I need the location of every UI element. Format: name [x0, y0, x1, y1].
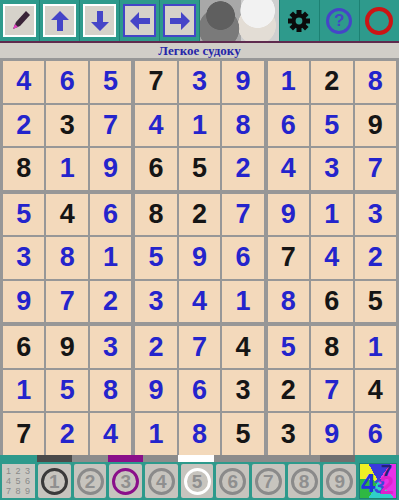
indicator-digit-4	[143, 455, 178, 462]
cell-r4c8[interactable]: 1	[311, 194, 352, 236]
cell-r5c1[interactable]: 3	[3, 237, 44, 279]
cell-r6c8[interactable]: 6	[311, 281, 352, 323]
question-icon: ?	[326, 8, 352, 34]
settings-button[interactable]	[280, 0, 320, 41]
cell-r4c4[interactable]: 8	[135, 194, 176, 236]
box-6: 913742865	[268, 194, 396, 323]
prev-button[interactable]	[120, 0, 160, 41]
digit-button-8[interactable]: 8	[288, 464, 321, 498]
cell-r5c2[interactable]: 8	[46, 237, 87, 279]
cell-r7c2[interactable]: 9	[46, 326, 87, 368]
help-button[interactable]: ?	[320, 0, 360, 41]
indicator-digit-7	[249, 455, 284, 462]
cell-r3c2[interactable]: 1	[46, 148, 87, 190]
cell-r4c3[interactable]: 6	[90, 194, 131, 236]
digit-ring-6: 6	[219, 468, 246, 495]
gear-icon	[287, 9, 311, 33]
indicator-digit-3	[108, 455, 143, 462]
cell-r5c5[interactable]: 9	[179, 237, 220, 279]
cell-r6c1[interactable]: 9	[3, 281, 44, 323]
cell-r2c7[interactable]: 6	[268, 105, 309, 147]
cell-r8c1[interactable]: 1	[3, 370, 44, 412]
cell-r8c9[interactable]: 4	[355, 370, 396, 412]
digit-button-1[interactable]: 1	[38, 464, 71, 498]
cell-r1c6[interactable]: 9	[222, 61, 263, 103]
cell-r9c2[interactable]: 2	[46, 413, 87, 455]
cell-r7c5[interactable]: 7	[179, 326, 220, 368]
cell-r4c1[interactable]: 5	[3, 194, 44, 236]
cell-r3c3[interactable]: 9	[90, 148, 131, 190]
cell-r9c8[interactable]: 9	[311, 413, 352, 455]
record-button[interactable]	[360, 0, 399, 41]
cell-r7c8[interactable]: 8	[311, 326, 352, 368]
digit-ring-8: 8	[291, 468, 318, 495]
cell-r8c3[interactable]: 8	[90, 370, 131, 412]
undo-up-button[interactable]	[40, 0, 80, 41]
cell-r3c1[interactable]: 8	[3, 148, 44, 190]
digit-button-5[interactable]: 5	[181, 464, 214, 498]
cell-r5c9[interactable]: 2	[355, 237, 396, 279]
digit-label-8: 8	[299, 472, 310, 491]
digit-ring-5: 5	[184, 468, 211, 495]
box-9: 581274396	[268, 326, 396, 455]
cell-r6c6[interactable]: 1	[222, 281, 263, 323]
arrow-right-icon	[168, 9, 192, 33]
title-bar: Легкое судоку	[0, 43, 399, 58]
cell-r2c1[interactable]: 2	[3, 105, 44, 147]
digit-label-3: 3	[120, 472, 131, 491]
cell-r1c2[interactable]: 6	[46, 61, 87, 103]
arrow-left-icon	[128, 9, 152, 33]
cell-r6c5[interactable]: 4	[179, 281, 220, 323]
arrow-down-icon	[88, 9, 112, 33]
cell-r1c9[interactable]: 8	[355, 61, 396, 103]
photo-image	[200, 0, 278, 41]
cell-r4c9[interactable]: 3	[355, 194, 396, 236]
cell-r2c9[interactable]: 9	[355, 105, 396, 147]
cell-r6c7[interactable]: 8	[268, 281, 309, 323]
cell-r3c8[interactable]: 3	[311, 148, 352, 190]
cell-r7c7[interactable]: 5	[268, 326, 309, 368]
digit-label-4: 4	[156, 472, 167, 491]
box-5: 827596341	[135, 194, 263, 323]
cell-r2c2[interactable]: 3	[46, 105, 87, 147]
box-3: 128659437	[268, 61, 396, 190]
page-title: Легкое судоку	[158, 44, 240, 57]
red-circle-icon	[365, 7, 393, 35]
cell-r4c6[interactable]: 7	[222, 194, 263, 236]
cell-r9c9[interactable]: 6	[355, 413, 396, 455]
cell-r8c2[interactable]: 5	[46, 370, 87, 412]
photo-gorilla-child[interactable]	[200, 0, 279, 41]
cell-r5c3[interactable]: 1	[90, 237, 131, 279]
box-7: 693158724	[3, 326, 131, 455]
digit-button-6[interactable]: 6	[216, 464, 249, 498]
cell-r8c6[interactable]: 3	[222, 370, 263, 412]
cell-r8c8[interactable]: 7	[311, 370, 352, 412]
digit-label-7: 7	[263, 472, 274, 491]
digit-ring-2: 2	[77, 468, 104, 495]
box-1: 465237819	[3, 61, 131, 190]
legend-row-2: 4 5 6	[6, 476, 31, 486]
box-4: 546381972	[3, 194, 131, 323]
right-button-face[interactable]	[163, 4, 196, 37]
cell-r7c6[interactable]: 4	[222, 326, 263, 368]
down-button-face[interactable]	[83, 4, 116, 37]
cell-r4c2[interactable]: 4	[46, 194, 87, 236]
cell-r8c5[interactable]: 6	[179, 370, 220, 412]
digit-button-bar: 1 2 34 5 67 8 9 1234567897432	[0, 462, 399, 500]
pencil-button-face[interactable]	[3, 4, 36, 37]
cell-r9c4[interactable]: 1	[135, 413, 176, 455]
cell-r7c9[interactable]: 1	[355, 326, 396, 368]
digit-button-7[interactable]: 7	[252, 464, 285, 498]
cell-r5c6[interactable]: 6	[222, 237, 263, 279]
digit-button-9[interactable]: 9	[323, 464, 356, 498]
arrow-up-icon	[48, 9, 72, 33]
cell-r1c1[interactable]: 4	[3, 61, 44, 103]
cell-r9c3[interactable]: 4	[90, 413, 131, 455]
digit-button-3[interactable]: 3	[109, 464, 142, 498]
cell-r5c4[interactable]: 5	[135, 237, 176, 279]
cell-r6c9[interactable]: 5	[355, 281, 396, 323]
strip-left-pad	[0, 455, 37, 462]
mini-digits-legend: 1 2 34 5 67 8 9	[2, 464, 35, 498]
cell-r6c3[interactable]: 2	[90, 281, 131, 323]
cell-r4c5[interactable]: 2	[179, 194, 220, 236]
cell-r5c8[interactable]: 4	[311, 237, 352, 279]
digit-indicator-strip	[0, 455, 399, 462]
cell-r8c7[interactable]: 2	[268, 370, 309, 412]
cell-r1c8[interactable]: 2	[311, 61, 352, 103]
cell-r2c6[interactable]: 8	[222, 105, 263, 147]
cell-r8c4[interactable]: 9	[135, 370, 176, 412]
cell-r5c7[interactable]: 7	[268, 237, 309, 279]
legend-row-1: 1 2 3	[6, 466, 31, 476]
cell-r4c7[interactable]: 9	[268, 194, 309, 236]
cell-r3c7[interactable]: 4	[268, 148, 309, 190]
cell-r9c7[interactable]: 3	[268, 413, 309, 455]
cell-r9c6[interactable]: 5	[222, 413, 263, 455]
toolbar: ?	[0, 0, 399, 41]
legend-row-3: 7 8 9	[6, 486, 31, 496]
digit-ring-3: 3	[112, 468, 139, 495]
indicator-digit-1	[37, 455, 72, 462]
indicator-digit-8	[284, 455, 319, 462]
candidates-icon-digit-2: 2	[380, 472, 394, 498]
indicator-digit-9	[320, 455, 355, 462]
digit-label-2: 2	[85, 472, 96, 491]
cell-r3c4[interactable]: 6	[135, 148, 176, 190]
cell-r2c8[interactable]: 5	[311, 105, 352, 147]
left-button-face[interactable]	[123, 4, 156, 37]
digit-button-2[interactable]: 2	[74, 464, 107, 498]
up-button-face[interactable]	[43, 4, 76, 37]
cell-r7c4[interactable]: 2	[135, 326, 176, 368]
digit-ring-7: 7	[255, 468, 282, 495]
next-button[interactable]	[160, 0, 200, 41]
cell-r2c5[interactable]: 1	[179, 105, 220, 147]
cell-r9c5[interactable]: 8	[179, 413, 220, 455]
candidates-mode-button[interactable]: 7432	[359, 463, 397, 499]
cell-r6c2[interactable]: 7	[46, 281, 87, 323]
cell-r2c4[interactable]: 4	[135, 105, 176, 147]
digit-label-1: 1	[49, 472, 60, 491]
digit-label-9: 9	[334, 472, 345, 491]
digit-button-4[interactable]: 4	[145, 464, 178, 498]
cell-r9c1[interactable]: 7	[3, 413, 44, 455]
pencil-icon	[8, 9, 32, 33]
cell-r3c5[interactable]: 5	[179, 148, 220, 190]
cell-r1c5[interactable]: 3	[179, 61, 220, 103]
cell-r1c3[interactable]: 5	[90, 61, 131, 103]
pencil-button[interactable]	[0, 0, 40, 41]
indicator-digit-5	[178, 455, 213, 462]
box-2: 739418652	[135, 61, 263, 190]
digit-ring-1: 1	[41, 468, 68, 495]
sudoku-board: 4652378197394186521286594375463819728275…	[0, 58, 399, 455]
cell-r6c4[interactable]: 3	[135, 281, 176, 323]
indicator-digit-2	[72, 455, 107, 462]
cell-r7c1[interactable]: 6	[3, 326, 44, 368]
cell-r1c4[interactable]: 7	[135, 61, 176, 103]
cell-r7c3[interactable]: 3	[90, 326, 131, 368]
digit-label-5: 5	[192, 472, 203, 491]
cell-r2c3[interactable]: 7	[90, 105, 131, 147]
indicator-digit-6	[214, 455, 249, 462]
cell-r3c6[interactable]: 2	[222, 148, 263, 190]
strip-right-pad	[355, 455, 399, 462]
digit-ring-4: 4	[148, 468, 175, 495]
cell-r3c9[interactable]: 7	[355, 148, 396, 190]
cell-r1c7[interactable]: 1	[268, 61, 309, 103]
redo-down-button[interactable]	[80, 0, 120, 41]
digit-label-6: 6	[227, 472, 238, 491]
box-8: 274963185	[135, 326, 263, 455]
digit-ring-9: 9	[326, 468, 353, 495]
